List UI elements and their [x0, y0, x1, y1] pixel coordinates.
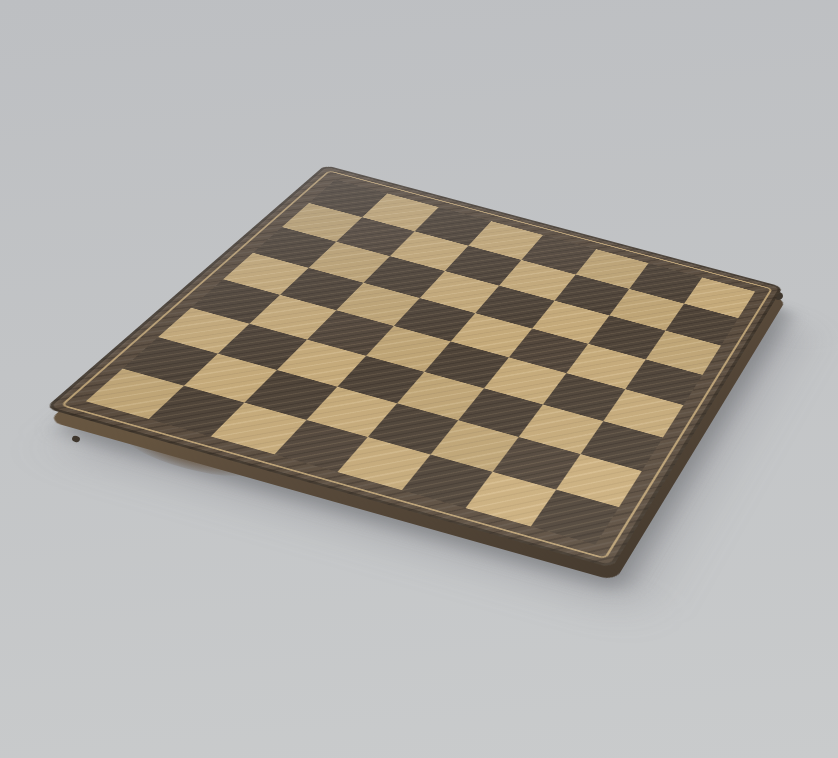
board-grid — [86, 180, 755, 545]
photo-background — [0, 0, 838, 758]
